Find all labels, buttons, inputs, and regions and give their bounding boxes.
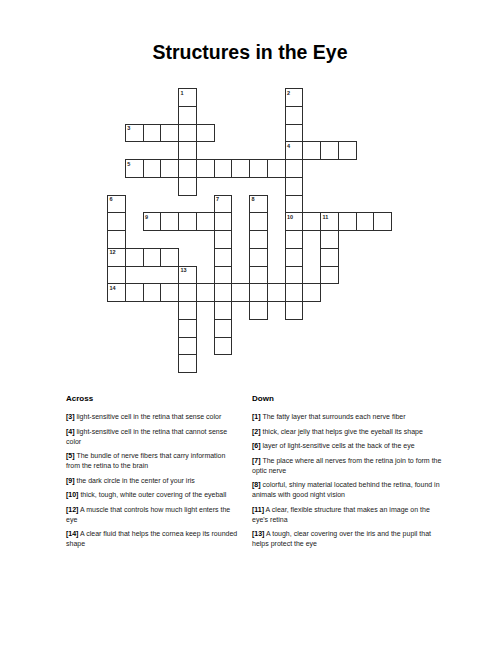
grid-cell-r13c4[interactable]: [178, 319, 197, 338]
clue-item-number: [1]: [252, 413, 261, 420]
clue-item-6: [6] layer of light-sensitive cells at th…: [252, 441, 444, 451]
clue-item-10: [10] thick, tough, white outer covering …: [66, 490, 238, 500]
grid-cell-r4c10[interactable]: [285, 159, 304, 178]
grid-cell-r3c10[interactable]: 4: [285, 141, 304, 160]
cell-number: 5: [127, 161, 130, 167]
grid-cell-r9c2[interactable]: [143, 248, 162, 267]
grid-cell-r9c0[interactable]: 12: [107, 248, 126, 267]
grid-cell-r9c6[interactable]: [214, 248, 233, 267]
clue-item-number: [6]: [252, 442, 261, 449]
cell-number: 12: [110, 249, 116, 255]
grid-cell-r7c0[interactable]: [107, 212, 126, 231]
grid-cell-r9c12[interactable]: [320, 248, 339, 267]
grid-cell-r7c11[interactable]: [302, 212, 321, 231]
clue-item-number: [8]: [252, 481, 261, 488]
grid-cell-r6c8[interactable]: 8: [249, 195, 268, 214]
clue-item-number: [4]: [66, 428, 75, 435]
grid-cell-r10c0[interactable]: [107, 266, 126, 285]
grid-cell-r1c4[interactable]: [178, 106, 197, 125]
grid-cell-r11c3[interactable]: [160, 283, 179, 302]
clue-item-7: [7] The place where all nerves from the …: [252, 456, 444, 476]
grid-cell-r11c8[interactable]: [249, 283, 268, 302]
grid-cell-r8c12[interactable]: [320, 230, 339, 249]
grid-cell-r7c15[interactable]: [373, 212, 392, 231]
grid-cell-r7c13[interactable]: [338, 212, 357, 231]
across-clues-section: Across [3] light-sensitive cell in the r…: [66, 394, 238, 554]
clue-item-3: [3] light-sensitive cell in the retina t…: [66, 412, 238, 422]
cell-number: 1: [181, 90, 184, 96]
grid-cell-r2c4[interactable]: [178, 124, 197, 143]
grid-cell-r3c4[interactable]: [178, 141, 197, 160]
clue-item-number: [12]: [66, 506, 78, 513]
cell-number: 11: [323, 214, 329, 220]
grid-cell-r11c5[interactable]: [196, 283, 215, 302]
cell-number: 8: [252, 196, 255, 202]
grid-cell-r3c12[interactable]: [320, 141, 339, 160]
cell-number: 2: [287, 90, 290, 96]
grid-cell-r10c10[interactable]: [285, 266, 304, 285]
grid-cell-r2c1[interactable]: 3: [125, 124, 144, 143]
grid-cell-r9c8[interactable]: [249, 248, 268, 267]
clue-item-number: [3]: [66, 413, 75, 420]
grid-cell-r7c10[interactable]: 10: [285, 212, 304, 231]
grid-cell-r11c10[interactable]: [285, 283, 304, 302]
grid-cell-r6c0[interactable]: 6: [107, 195, 126, 214]
grid-cell-r8c6[interactable]: [214, 230, 233, 249]
cell-number: 7: [216, 196, 219, 202]
grid-cell-r4c8[interactable]: [249, 159, 268, 178]
grid-cell-r9c3[interactable]: [160, 248, 179, 267]
grid-cell-r15c4[interactable]: [178, 354, 197, 373]
grid-cell-r4c5[interactable]: [196, 159, 215, 178]
cell-number: 3: [127, 125, 130, 131]
grid-cell-r7c5[interactable]: [196, 212, 215, 231]
grid-cell-r4c9[interactable]: [267, 159, 286, 178]
grid-cell-r9c10[interactable]: [285, 248, 304, 267]
grid-cell-r10c8[interactable]: [249, 266, 268, 285]
clue-item-8: [8] colorful, shiny material located beh…: [252, 480, 444, 500]
grid-cell-r6c6[interactable]: 7: [214, 195, 233, 214]
grid-cell-r2c5[interactable]: [196, 124, 215, 143]
grid-cell-r4c6[interactable]: [214, 159, 233, 178]
grid-cell-r7c3[interactable]: [160, 212, 179, 231]
grid-cell-r5c10[interactable]: [285, 177, 304, 196]
grid-cell-r8c8[interactable]: [249, 230, 268, 249]
crossword-grid: 1234567891011121314: [107, 88, 392, 373]
grid-cell-r7c4[interactable]: [178, 212, 197, 231]
across-clue-list: [3] light-sensitive cell in the retina t…: [66, 412, 238, 549]
grid-cell-r11c1[interactable]: [125, 283, 144, 302]
down-clue-list: [1] The fatty layer that surrounds each …: [252, 412, 444, 549]
grid-cell-r4c7[interactable]: [231, 159, 250, 178]
grid-cell-r8c10[interactable]: [285, 230, 304, 249]
grid-cell-r12c8[interactable]: [249, 301, 268, 320]
clue-item-number: [5]: [66, 452, 75, 459]
cell-number: 14: [110, 285, 116, 291]
clue-item-12: [12] A muscle that controls how much lig…: [66, 505, 238, 525]
page-title: Structures in the Eye: [0, 41, 500, 64]
clue-item-number: [14]: [66, 530, 78, 537]
grid-cell-r10c4[interactable]: 13: [178, 266, 197, 285]
across-header: Across: [66, 394, 238, 403]
grid-cell-r4c2[interactable]: [143, 159, 162, 178]
grid-cell-r1c10[interactable]: [285, 106, 304, 125]
grid-cell-r11c2[interactable]: [143, 283, 162, 302]
grid-cell-r4c4[interactable]: [178, 159, 197, 178]
clue-item-14: [14] A clear fluid that helps the cornea…: [66, 529, 238, 549]
clue-item-number: [9]: [66, 477, 75, 484]
grid-cell-r7c2[interactable]: 9: [143, 212, 162, 231]
crossword-page: Structures in the Eye 123456789101112131…: [0, 0, 500, 647]
grid-cell-r6c10[interactable]: [285, 195, 304, 214]
clue-item-number: [13]: [252, 530, 264, 537]
grid-cell-r7c8[interactable]: [249, 212, 268, 231]
clue-item-2: [2] thick, clear jelly that helps give t…: [252, 427, 444, 437]
grid-cell-r12c4[interactable]: [178, 301, 197, 320]
grid-cell-r12c6[interactable]: [214, 301, 233, 320]
grid-cell-r2c3[interactable]: [160, 124, 179, 143]
grid-cell-r3c11[interactable]: [302, 141, 321, 160]
grid-cell-r10c12[interactable]: [320, 266, 339, 285]
clue-item-11: [11] A clear, flexible structure that ma…: [252, 505, 444, 525]
grid-cell-r11c0[interactable]: 14: [107, 283, 126, 302]
grid-cell-r11c7[interactable]: [231, 283, 250, 302]
clue-item-13: [13] A tough, clear covering over the ir…: [252, 529, 444, 549]
grid-cell-r11c9[interactable]: [267, 283, 286, 302]
grid-cell-r7c14[interactable]: [356, 212, 375, 231]
clue-item-9: [9] the dark circle in the center of you…: [66, 476, 238, 486]
grid-cell-r11c6[interactable]: [214, 283, 233, 302]
grid-cell-r4c1[interactable]: 5: [125, 159, 144, 178]
grid-cell-r10c6[interactable]: [214, 266, 233, 285]
grid-cell-r0c4[interactable]: 1: [178, 88, 197, 107]
grid-cell-r8c0[interactable]: [107, 230, 126, 249]
clue-item-number: [2]: [252, 428, 261, 435]
grid-cell-r14c6[interactable]: [214, 337, 233, 356]
grid-cell-r3c13[interactable]: [338, 141, 357, 160]
cell-number: 9: [145, 214, 148, 220]
grid-cell-r2c10[interactable]: [285, 124, 304, 143]
grid-cell-r11c4[interactable]: [178, 283, 197, 302]
grid-cell-r0c10[interactable]: 2: [285, 88, 304, 107]
clue-item-number: [11]: [252, 506, 264, 513]
down-clues-section: Down [1] The fatty layer that surrounds …: [252, 394, 444, 554]
grid-cell-r11c11[interactable]: [302, 283, 321, 302]
grid-cell-r5c4[interactable]: [178, 177, 197, 196]
cell-number: 10: [287, 214, 293, 220]
clue-item-1: [1] The fatty layer that surrounds each …: [252, 412, 444, 422]
clue-item-number: [10]: [66, 491, 78, 498]
grid-cell-r13c6[interactable]: [214, 319, 233, 338]
grid-cell-r14c4[interactable]: [178, 337, 197, 356]
cell-number: 13: [181, 267, 187, 273]
grid-cell-r7c12[interactable]: 11: [320, 212, 339, 231]
cell-number: 4: [287, 143, 290, 149]
cell-number: 6: [110, 196, 113, 202]
down-header: Down: [252, 394, 444, 403]
clue-item-number: [7]: [252, 457, 261, 464]
clue-item-5: [5] The bundle of nerve fibers that carr…: [66, 451, 238, 471]
grid-cell-r4c3[interactable]: [160, 159, 179, 178]
grid-cell-r2c2[interactable]: [143, 124, 162, 143]
grid-cell-r9c1[interactable]: [125, 248, 144, 267]
clue-item-4: [4] light-sensitive cell in the retina t…: [66, 427, 238, 447]
grid-cell-r12c10[interactable]: [285, 301, 304, 320]
grid-cell-r7c6[interactable]: [214, 212, 233, 231]
